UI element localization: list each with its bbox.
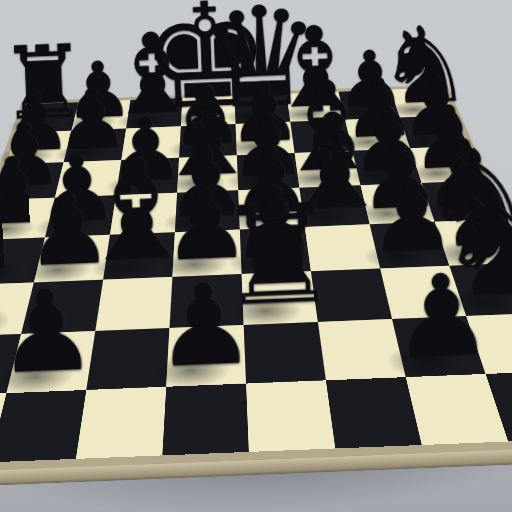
black-pawn-g2[interactable]: ♟ [389, 265, 493, 370]
scene: ♜♟♝♚♛♝♟♞♟♟♟♟♟♟♟♟♝♟♝♟♟♟♟♟♟♝♟♟♟♟♝♟♟♟♞♞♜♞♟♟… [0, 0, 512, 512]
square-b1[interactable] [0, 390, 86, 462]
black-pawn-b2[interactable]: ♟ [0, 281, 98, 386]
square-e1[interactable] [246, 380, 335, 452]
square-c1[interactable] [76, 387, 166, 459]
square-d1[interactable] [162, 384, 248, 456]
square-d2[interactable]: ♟ [166, 325, 246, 387]
square-b2[interactable]: ♟ [6, 331, 95, 393]
square-g2[interactable]: ♟ [392, 316, 486, 377]
chessboard-3d: ♜♟♝♚♛♝♟♞♟♟♟♟♟♟♟♟♝♟♝♟♟♟♟♟♟♝♟♟♟♟♝♟♟♟♞♞♜♞♟♟… [0, 84, 512, 474]
black-pawn-d2[interactable]: ♟ [152, 275, 256, 380]
chessboard: ♜♟♝♚♛♝♟♞♟♟♟♟♟♟♟♟♝♟♝♟♟♟♟♟♟♝♟♟♟♟♝♟♟♟♞♞♜♞♟♟… [0, 88, 512, 466]
board-tilt-wrapper: ♜♟♝♚♛♝♟♞♟♟♟♟♟♟♟♟♝♟♝♟♟♟♟♟♟♝♟♟♟♟♝♟♟♟♞♞♜♞♟♟… [0, 0, 512, 512]
